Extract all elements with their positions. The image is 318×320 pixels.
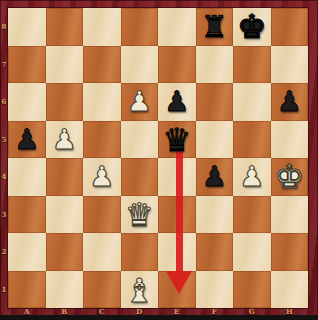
square-a7[interactable] <box>8 46 46 84</box>
rank-label-5: 5 <box>0 121 8 159</box>
square-b5[interactable]: ♟ <box>46 121 84 159</box>
square-d8[interactable] <box>121 8 159 46</box>
square-c4[interactable]: ♟ <box>83 158 121 196</box>
rank-label-4: 4 <box>0 158 8 196</box>
file-label-e: E <box>158 307 196 315</box>
square-d5[interactable] <box>121 121 159 159</box>
square-h4[interactable]: ♚ <box>271 158 309 196</box>
square-e7[interactable] <box>158 46 196 84</box>
square-a8[interactable] <box>8 8 46 46</box>
piece-black-pawn[interactable]: ♟ <box>8 121 46 159</box>
square-b1[interactable] <box>46 271 84 309</box>
square-h8[interactable] <box>271 8 309 46</box>
piece-white-pawn[interactable]: ♟ <box>121 83 159 121</box>
square-f3[interactable] <box>196 196 234 234</box>
move-arrow-head <box>166 271 192 294</box>
piece-white-king[interactable]: ♚ <box>271 158 309 196</box>
square-c5[interactable] <box>83 121 121 159</box>
square-h1[interactable] <box>271 271 309 309</box>
file-labels: ABCDEFGH <box>8 307 308 315</box>
piece-black-queen[interactable]: ♛ <box>158 121 196 159</box>
piece-black-pawn[interactable]: ♟ <box>158 83 196 121</box>
square-d4[interactable] <box>121 158 159 196</box>
file-label-h: H <box>271 307 309 315</box>
file-label-g: G <box>233 307 271 315</box>
square-a3[interactable] <box>8 196 46 234</box>
piece-white-queen[interactable]: ♛ <box>121 196 159 234</box>
square-f8[interactable]: ♜ <box>196 8 234 46</box>
square-b7[interactable] <box>46 46 84 84</box>
square-b8[interactable] <box>46 8 84 46</box>
square-b6[interactable] <box>46 83 84 121</box>
square-a2[interactable] <box>8 233 46 271</box>
square-h7[interactable] <box>271 46 309 84</box>
square-g3[interactable] <box>233 196 271 234</box>
square-g1[interactable] <box>233 271 271 309</box>
piece-black-pawn[interactable]: ♟ <box>196 158 234 196</box>
square-a6[interactable] <box>8 83 46 121</box>
piece-black-rook[interactable]: ♜ <box>196 8 234 46</box>
square-g4[interactable]: ♟ <box>233 158 271 196</box>
square-c6[interactable] <box>83 83 121 121</box>
square-f1[interactable] <box>196 271 234 309</box>
square-f5[interactable] <box>196 121 234 159</box>
rank-label-2: 2 <box>0 233 8 271</box>
square-f6[interactable] <box>196 83 234 121</box>
move-arrow-shaft <box>176 140 183 271</box>
square-b4[interactable] <box>46 158 84 196</box>
square-h2[interactable] <box>271 233 309 271</box>
bottom-black-strip <box>0 315 318 320</box>
square-d2[interactable] <box>121 233 159 271</box>
square-f7[interactable] <box>196 46 234 84</box>
square-b2[interactable] <box>46 233 84 271</box>
rank-label-1: 1 <box>0 271 8 309</box>
square-c1[interactable] <box>83 271 121 309</box>
square-d6[interactable]: ♟ <box>121 83 159 121</box>
square-e5[interactable]: ♛ <box>158 121 196 159</box>
square-b3[interactable] <box>46 196 84 234</box>
square-h6[interactable]: ♟ <box>271 83 309 121</box>
piece-white-bishop[interactable]: ♝ <box>121 271 159 309</box>
square-g2[interactable] <box>233 233 271 271</box>
square-d3[interactable]: ♛ <box>121 196 159 234</box>
square-c8[interactable] <box>83 8 121 46</box>
square-f2[interactable] <box>196 233 234 271</box>
file-label-a: A <box>8 307 46 315</box>
square-a1[interactable] <box>8 271 46 309</box>
rank-labels: 87654321 <box>0 8 8 308</box>
square-a5[interactable]: ♟ <box>8 121 46 159</box>
square-d1[interactable]: ♝ <box>121 271 159 309</box>
piece-white-pawn[interactable]: ♟ <box>83 158 121 196</box>
square-a4[interactable] <box>8 158 46 196</box>
square-e6[interactable]: ♟ <box>158 83 196 121</box>
piece-white-pawn[interactable]: ♟ <box>46 121 84 159</box>
square-g8[interactable]: ♚ <box>233 8 271 46</box>
rank-label-7: 7 <box>0 46 8 84</box>
file-label-c: C <box>83 307 121 315</box>
chess-board: ♜♚♟♟♟♟♟♛♟♟♟♚♛♝ <box>8 8 308 308</box>
piece-black-pawn[interactable]: ♟ <box>271 83 309 121</box>
square-c2[interactable] <box>83 233 121 271</box>
chessboard-app: ♜♚♟♟♟♟♟♛♟♟♟♚♛♝ 87654321 ABCDEFGH <box>0 0 318 320</box>
rank-label-6: 6 <box>0 83 8 121</box>
square-c3[interactable] <box>83 196 121 234</box>
square-g7[interactable] <box>233 46 271 84</box>
square-g6[interactable] <box>233 83 271 121</box>
square-g5[interactable] <box>233 121 271 159</box>
rank-label-3: 3 <box>0 196 8 234</box>
file-label-b: B <box>46 307 84 315</box>
rank-label-8: 8 <box>0 8 8 46</box>
square-c7[interactable] <box>83 46 121 84</box>
square-h5[interactable] <box>271 121 309 159</box>
piece-black-king[interactable]: ♚ <box>233 8 271 46</box>
piece-white-pawn[interactable]: ♟ <box>233 158 271 196</box>
square-h3[interactable] <box>271 196 309 234</box>
square-d7[interactable] <box>121 46 159 84</box>
square-e8[interactable] <box>158 8 196 46</box>
file-label-f: F <box>196 307 234 315</box>
square-f4[interactable]: ♟ <box>196 158 234 196</box>
